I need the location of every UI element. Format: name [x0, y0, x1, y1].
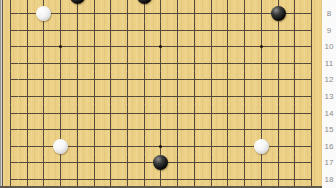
board-intersection-c11-r11[interactable] [169, 55, 186, 72]
board-intersection-c17-r13[interactable] [270, 88, 287, 105]
board-intersection-c9-r17[interactable] [136, 155, 153, 172]
board-intersection-c4-r9[interactable] [52, 22, 69, 39]
board-intersection-c19-r12[interactable] [303, 72, 320, 89]
board-intersection-c18-r15[interactable] [286, 121, 303, 138]
board-intersection-c16-r14[interactable] [253, 105, 270, 122]
board-intersection-c19-r8[interactable] [303, 5, 320, 22]
board-intersection-c12-r13[interactable] [186, 88, 203, 105]
board-intersection-c17-r8[interactable] [270, 5, 287, 22]
board-intersection-c8-r16[interactable] [119, 138, 136, 155]
board-intersection-c1-r15[interactable] [3, 121, 19, 138]
go-board [3, 0, 322, 188]
board-intersection-c15-r8[interactable] [236, 5, 253, 22]
board-intersection-c4-r8[interactable] [52, 5, 69, 22]
board-intersection-c13-r12[interactable] [203, 72, 220, 89]
board-intersection-c3-r11[interactable] [36, 55, 53, 72]
board-intersection-c3-r16[interactable] [36, 138, 53, 155]
board-intersection-c14-r8[interactable] [219, 5, 236, 22]
board-intersection-c12-r9[interactable] [186, 22, 203, 39]
board-intersection-c1-r11[interactable] [3, 55, 19, 72]
board-intersection-c18-r12[interactable] [286, 72, 303, 89]
board-intersection-c12-r10[interactable] [186, 38, 203, 55]
board-intersection-c13-r16[interactable] [203, 138, 220, 155]
row-coordinate-strip: 89101112131415161718 [322, 0, 336, 188]
board-intersection-c17-r11[interactable] [270, 55, 287, 72]
board-intersection-c12-r17[interactable] [186, 155, 203, 172]
board-intersection-c16-r15[interactable] [253, 121, 270, 138]
board-intersection-c13-r17[interactable] [203, 155, 220, 172]
board-intersection-c12-r11[interactable] [186, 55, 203, 72]
board-intersection-c13-r15[interactable] [203, 121, 220, 138]
board-intersection-c8-r17[interactable] [119, 155, 136, 172]
row-label-16: 16 [322, 142, 336, 151]
board-intersection-c2-r14[interactable] [19, 105, 36, 122]
board-intersection-c10-r16[interactable] [153, 138, 170, 155]
board-intersection-c19-r13[interactable] [303, 88, 320, 105]
board-intersection-c3-r8[interactable] [36, 5, 53, 22]
row-label-11: 11 [322, 59, 336, 68]
board-intersection-c19-r9[interactable] [303, 22, 320, 39]
row-label-10: 10 [322, 42, 336, 51]
board-intersection-c1-r9[interactable] [3, 22, 19, 39]
board-intersection-c9-r14[interactable] [136, 105, 153, 122]
board-intersection-c19-r10[interactable] [303, 38, 320, 55]
board-intersection-c1-r16[interactable] [3, 138, 19, 155]
board-intersection-c15-r14[interactable] [236, 105, 253, 122]
board-intersection-c4-r15[interactable] [52, 121, 69, 138]
board-intersection-c5-r12[interactable] [69, 72, 86, 89]
board-intersection-c15-r9[interactable] [236, 22, 253, 39]
board-intersection-c4-r11[interactable] [52, 55, 69, 72]
board-intersection-c11-r12[interactable] [169, 72, 186, 89]
white-stone [36, 6, 51, 21]
board-intersection-c1-r14[interactable] [3, 105, 19, 122]
board-intersection-c16-r9[interactable] [253, 22, 270, 39]
board-intersection-c15-r10[interactable] [236, 38, 253, 55]
board-intersection-c1-r10[interactable] [3, 38, 19, 55]
window-bottom-border [0, 186, 322, 188]
black-stone [70, 0, 85, 4]
board-intersection-c7-r16[interactable] [102, 138, 119, 155]
board-intersection-c17-r14[interactable] [270, 105, 287, 122]
board-intersection-c19-r11[interactable] [303, 55, 320, 72]
board-intersection-c9-r13[interactable] [136, 88, 153, 105]
board-intersection-c10-r9[interactable] [153, 22, 170, 39]
board-intersection-c16-r11[interactable] [253, 55, 270, 72]
row-label-17: 17 [322, 158, 336, 167]
board-intersection-c18-r13[interactable] [286, 88, 303, 105]
row-label-15: 15 [322, 125, 336, 134]
board-intersection-c3-r13[interactable] [36, 88, 53, 105]
board-intersection-c5-r17[interactable] [69, 155, 86, 172]
board-intersection-c1-r17[interactable] [3, 155, 19, 172]
board-intersection-c8-r13[interactable] [119, 88, 136, 105]
board-intersection-c7-r11[interactable] [102, 55, 119, 72]
board-intersection-c16-r17[interactable] [253, 155, 270, 172]
board-intersection-c13-r9[interactable] [203, 22, 220, 39]
white-stone [254, 139, 269, 154]
board-intersection-c15-r13[interactable] [236, 88, 253, 105]
board-intersection-c6-r8[interactable] [86, 5, 103, 22]
go-board-grid [3, 0, 320, 188]
board-intersection-c13-r8[interactable] [203, 5, 220, 22]
board-intersection-c6-r12[interactable] [86, 72, 103, 89]
board-intersection-c5-r15[interactable] [69, 121, 86, 138]
board-intersection-c15-r15[interactable] [236, 121, 253, 138]
board-intersection-c10-r12[interactable] [153, 72, 170, 89]
board-intersection-c15-r16[interactable] [236, 138, 253, 155]
board-intersection-c2-r17[interactable] [19, 155, 36, 172]
board-intersection-c2-r10[interactable] [19, 38, 36, 55]
board-intersection-c6-r15[interactable] [86, 121, 103, 138]
board-intersection-c12-r8[interactable] [186, 5, 203, 22]
board-intersection-c14-r11[interactable] [219, 55, 236, 72]
board-intersection-c12-r15[interactable] [186, 121, 203, 138]
board-intersection-c14-r9[interactable] [219, 22, 236, 39]
board-intersection-c5-r8[interactable] [69, 5, 86, 22]
board-intersection-c8-r8[interactable] [119, 5, 136, 22]
board-intersection-c6-r17[interactable] [86, 155, 103, 172]
board-intersection-c7-r14[interactable] [102, 105, 119, 122]
board-intersection-c14-r16[interactable] [219, 138, 236, 155]
board-intersection-c14-r17[interactable] [219, 155, 236, 172]
board-intersection-c14-r10[interactable] [219, 38, 236, 55]
board-intersection-c4-r17[interactable] [52, 155, 69, 172]
board-intersection-c15-r12[interactable] [236, 72, 253, 89]
board-intersection-c12-r16[interactable] [186, 138, 203, 155]
board-intersection-c14-r14[interactable] [219, 105, 236, 122]
board-intersection-c17-r17[interactable] [270, 155, 287, 172]
row-label-18: 18 [322, 175, 336, 184]
black-stone [271, 6, 286, 21]
board-intersection-c4-r14[interactable] [52, 105, 69, 122]
board-intersection-c8-r12[interactable] [119, 72, 136, 89]
board-intersection-c11-r13[interactable] [169, 88, 186, 105]
black-stone [137, 0, 152, 4]
row-label-8: 8 [322, 9, 336, 18]
board-intersection-c9-r15[interactable] [136, 121, 153, 138]
white-stone [53, 139, 68, 154]
board-intersection-c5-r16[interactable] [69, 138, 86, 155]
board-intersection-c2-r12[interactable] [19, 72, 36, 89]
board-intersection-c3-r12[interactable] [36, 72, 53, 89]
board-intersection-c1-r13[interactable] [3, 88, 19, 105]
board-intersection-c5-r14[interactable] [69, 105, 86, 122]
board-intersection-c9-r9[interactable] [136, 22, 153, 39]
board-intersection-c13-r11[interactable] [203, 55, 220, 72]
board-intersection-c17-r12[interactable] [270, 72, 287, 89]
board-intersection-c12-r12[interactable] [186, 72, 203, 89]
board-intersection-c4-r12[interactable] [52, 72, 69, 89]
board-intersection-c10-r8[interactable] [153, 5, 170, 22]
board-intersection-c3-r14[interactable] [36, 105, 53, 122]
board-intersection-c10-r11[interactable] [153, 55, 170, 72]
board-intersection-c8-r14[interactable] [119, 105, 136, 122]
board-intersection-c2-r8[interactable] [19, 5, 36, 22]
board-intersection-c7-r15[interactable] [102, 121, 119, 138]
board-intersection-c14-r15[interactable] [219, 121, 236, 138]
board-intersection-c9-r12[interactable] [136, 72, 153, 89]
board-intersection-c7-r8[interactable] [102, 5, 119, 22]
board-intersection-c4-r16[interactable] [52, 138, 69, 155]
board-intersection-c3-r15[interactable] [36, 121, 53, 138]
board-intersection-c10-r15[interactable] [153, 121, 170, 138]
board-intersection-c9-r8[interactable] [136, 5, 153, 22]
board-intersection-c7-r13[interactable] [102, 88, 119, 105]
board-intersection-c13-r14[interactable] [203, 105, 220, 122]
board-intersection-c6-r13[interactable] [86, 88, 103, 105]
board-intersection-c18-r14[interactable] [286, 105, 303, 122]
board-intersection-c6-r16[interactable] [86, 138, 103, 155]
board-intersection-c1-r12[interactable] [3, 72, 19, 89]
board-intersection-c7-r17[interactable] [102, 155, 119, 172]
board-intersection-c6-r14[interactable] [86, 105, 103, 122]
board-intersection-c5-r9[interactable] [69, 22, 86, 39]
board-intersection-c3-r10[interactable] [36, 38, 53, 55]
board-intersection-c4-r10[interactable] [52, 38, 69, 55]
board-intersection-c13-r13[interactable] [203, 88, 220, 105]
board-intersection-c16-r13[interactable] [253, 88, 270, 105]
board-intersection-c10-r13[interactable] [153, 88, 170, 105]
board-intersection-c11-r10[interactable] [169, 38, 186, 55]
board-intersection-c8-r15[interactable] [119, 121, 136, 138]
board-intersection-c18-r11[interactable] [286, 55, 303, 72]
board-intersection-c11-r9[interactable] [169, 22, 186, 39]
board-intersection-c18-r8[interactable] [286, 5, 303, 22]
board-intersection-c8-r10[interactable] [119, 38, 136, 55]
row-label-14: 14 [322, 109, 336, 118]
board-intersection-c1-r8[interactable] [3, 5, 19, 22]
row-label-9: 9 [322, 26, 336, 35]
row-label-13: 13 [322, 92, 336, 101]
board-intersection-c19-r16[interactable] [303, 138, 320, 155]
window-left-border [0, 0, 3, 188]
board-intersection-c11-r15[interactable] [169, 121, 186, 138]
board-intersection-c5-r13[interactable] [69, 88, 86, 105]
board-intersection-c7-r9[interactable] [102, 22, 119, 39]
board-intersection-c2-r15[interactable] [19, 121, 36, 138]
board-intersection-c9-r11[interactable] [136, 55, 153, 72]
board-intersection-c5-r10[interactable] [69, 38, 86, 55]
board-intersection-c11-r8[interactable] [169, 5, 186, 22]
board-intersection-c13-r10[interactable] [203, 38, 220, 55]
board-intersection-c14-r12[interactable] [219, 72, 236, 89]
board-intersection-c19-r14[interactable] [303, 105, 320, 122]
board-intersection-c11-r16[interactable] [169, 138, 186, 155]
board-intersection-c8-r11[interactable] [119, 55, 136, 72]
board-intersection-c3-r17[interactable] [36, 155, 53, 172]
board-intersection-c9-r16[interactable] [136, 138, 153, 155]
board-intersection-c4-r13[interactable] [52, 88, 69, 105]
board-intersection-c7-r12[interactable] [102, 72, 119, 89]
board-intersection-c11-r14[interactable] [169, 105, 186, 122]
board-intersection-c2-r13[interactable] [19, 88, 36, 105]
board-intersection-c2-r16[interactable] [19, 138, 36, 155]
board-intersection-c6-r11[interactable] [86, 55, 103, 72]
board-intersection-c7-r10[interactable] [102, 38, 119, 55]
board-intersection-c19-r17[interactable] [303, 155, 320, 172]
board-intersection-c16-r8[interactable] [253, 5, 270, 22]
board-intersection-c17-r10[interactable] [270, 38, 287, 55]
board-intersection-c11-r17[interactable] [169, 155, 186, 172]
board-intersection-c6-r10[interactable] [86, 38, 103, 55]
board-intersection-c12-r14[interactable] [186, 105, 203, 122]
board-intersection-c18-r16[interactable] [286, 138, 303, 155]
board-intersection-c6-r9[interactable] [86, 22, 103, 39]
board-intersection-c16-r10[interactable] [253, 38, 270, 55]
board-intersection-c17-r16[interactable] [270, 138, 287, 155]
board-intersection-c10-r14[interactable] [153, 105, 170, 122]
black-stone [153, 155, 168, 170]
board-intersection-c14-r13[interactable] [219, 88, 236, 105]
go-client-window: 89101112131415161718 [0, 0, 336, 188]
board-intersection-c17-r15[interactable] [270, 121, 287, 138]
board-intersection-c19-r15[interactable] [303, 121, 320, 138]
board-intersection-c18-r10[interactable] [286, 38, 303, 55]
board-intersection-c2-r11[interactable] [19, 55, 36, 72]
board-intersection-c17-r9[interactable] [270, 22, 287, 39]
board-intersection-c5-r11[interactable] [69, 55, 86, 72]
board-intersection-c10-r10[interactable] [153, 38, 170, 55]
board-intersection-c3-r9[interactable] [36, 22, 53, 39]
board-intersection-c16-r16[interactable] [253, 138, 270, 155]
board-intersection-c18-r9[interactable] [286, 22, 303, 39]
board-intersection-c18-r17[interactable] [286, 155, 303, 172]
board-intersection-c15-r17[interactable] [236, 155, 253, 172]
board-intersection-c2-r9[interactable] [19, 22, 36, 39]
row-label-12: 12 [322, 75, 336, 84]
board-intersection-c16-r12[interactable] [253, 72, 270, 89]
board-intersection-c10-r17[interactable] [153, 155, 170, 172]
board-intersection-c15-r11[interactable] [236, 55, 253, 72]
board-intersection-c9-r10[interactable] [136, 38, 153, 55]
board-intersection-c8-r9[interactable] [119, 22, 136, 39]
